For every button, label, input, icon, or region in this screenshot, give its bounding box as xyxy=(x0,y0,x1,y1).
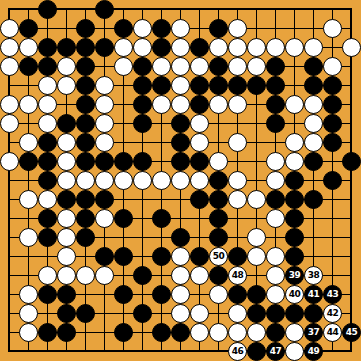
intersection-r4c13[interactable] xyxy=(228,57,247,76)
intersection-r6c5[interactable] xyxy=(76,95,95,114)
intersection-r10c4[interactable] xyxy=(57,171,76,190)
intersection-r2c3[interactable] xyxy=(38,19,57,38)
intersection-r2c4[interactable] xyxy=(57,19,76,38)
intersection-r3c15[interactable] xyxy=(266,38,285,57)
intersection-r12c9[interactable] xyxy=(152,209,171,228)
intersection-r11c3[interactable] xyxy=(38,190,57,209)
intersection-r8c5[interactable] xyxy=(76,133,95,152)
intersection-r16c17[interactable]: 41 xyxy=(304,285,323,304)
intersection-r19c14[interactable] xyxy=(247,342,266,361)
intersection-r4c12[interactable] xyxy=(209,57,228,76)
intersection-r2c6[interactable] xyxy=(95,19,114,38)
intersection-r7c18[interactable] xyxy=(323,114,342,133)
intersection-r10c7[interactable] xyxy=(114,171,133,190)
intersection-r17c1[interactable] xyxy=(0,304,19,323)
intersection-r10c8[interactable] xyxy=(133,171,152,190)
intersection-r16c2[interactable] xyxy=(19,285,38,304)
intersection-r11c8[interactable] xyxy=(133,190,152,209)
intersection-r15c19[interactable] xyxy=(342,266,361,285)
intersection-r19c3[interactable] xyxy=(38,342,57,361)
intersection-r4c10[interactable] xyxy=(171,57,190,76)
intersection-r11c7[interactable] xyxy=(114,190,133,209)
intersection-r15c4[interactable] xyxy=(57,266,76,285)
intersection-r3c13[interactable] xyxy=(228,38,247,57)
intersection-r6c17[interactable] xyxy=(304,95,323,114)
intersection-r1c15[interactable] xyxy=(266,0,285,19)
intersection-r8c13[interactable] xyxy=(228,133,247,152)
intersection-r3c12[interactable] xyxy=(209,38,228,57)
intersection-r9c10[interactable] xyxy=(171,152,190,171)
intersection-r16c12[interactable] xyxy=(209,285,228,304)
intersection-r2c5[interactable] xyxy=(76,19,95,38)
intersection-r14c10[interactable] xyxy=(171,247,190,266)
intersection-r7c1[interactable] xyxy=(0,114,19,133)
intersection-r2c9[interactable] xyxy=(152,19,171,38)
intersection-r5c2[interactable] xyxy=(19,76,38,95)
intersection-r8c17[interactable] xyxy=(304,133,323,152)
intersection-r6c9[interactable] xyxy=(152,95,171,114)
intersection-r11c12[interactable] xyxy=(209,190,228,209)
intersection-r5c12[interactable] xyxy=(209,76,228,95)
intersection-r11c2[interactable] xyxy=(19,190,38,209)
intersection-r18c6[interactable] xyxy=(95,323,114,342)
intersection-r16c1[interactable] xyxy=(0,285,19,304)
intersection-r17c6[interactable] xyxy=(95,304,114,323)
intersection-r13c19[interactable] xyxy=(342,228,361,247)
intersection-r18c10[interactable] xyxy=(171,323,190,342)
intersection-r16c19[interactable] xyxy=(342,285,361,304)
intersection-r18c1[interactable] xyxy=(0,323,19,342)
intersection-r7c4[interactable] xyxy=(57,114,76,133)
intersection-r15c13[interactable]: 48 xyxy=(228,266,247,285)
intersection-r3c2[interactable] xyxy=(19,38,38,57)
intersection-r12c11[interactable] xyxy=(190,209,209,228)
intersection-r7c9[interactable] xyxy=(152,114,171,133)
intersection-r18c4[interactable] xyxy=(57,323,76,342)
intersection-r13c5[interactable] xyxy=(76,228,95,247)
intersection-r3c5[interactable] xyxy=(76,38,95,57)
intersection-r18c8[interactable] xyxy=(133,323,152,342)
intersection-r8c9[interactable] xyxy=(152,133,171,152)
intersection-r11c13[interactable] xyxy=(228,190,247,209)
intersection-r5c8[interactable] xyxy=(133,76,152,95)
intersection-r2c12[interactable] xyxy=(209,19,228,38)
intersection-r4c17[interactable] xyxy=(304,57,323,76)
intersection-r8c7[interactable] xyxy=(114,133,133,152)
intersection-r4c15[interactable] xyxy=(266,57,285,76)
intersection-r15c16[interactable]: 39 xyxy=(285,266,304,285)
intersection-r13c7[interactable] xyxy=(114,228,133,247)
intersection-r8c4[interactable] xyxy=(57,133,76,152)
intersection-r19c8[interactable] xyxy=(133,342,152,361)
intersection-r14c2[interactable] xyxy=(19,247,38,266)
intersection-r13c9[interactable] xyxy=(152,228,171,247)
intersection-r14c17[interactable] xyxy=(304,247,323,266)
intersection-r10c10[interactable] xyxy=(171,171,190,190)
intersection-r7c6[interactable] xyxy=(95,114,114,133)
intersection-r15c7[interactable] xyxy=(114,266,133,285)
intersection-r13c17[interactable] xyxy=(304,228,323,247)
intersection-r1c2[interactable] xyxy=(19,0,38,19)
intersection-r3c6[interactable] xyxy=(95,38,114,57)
intersection-r1c16[interactable] xyxy=(285,0,304,19)
intersection-r3c16[interactable] xyxy=(285,38,304,57)
intersection-r12c12[interactable] xyxy=(209,209,228,228)
intersection-r13c10[interactable] xyxy=(171,228,190,247)
intersection-r7c14[interactable] xyxy=(247,114,266,133)
intersection-r9c14[interactable] xyxy=(247,152,266,171)
intersection-r12c5[interactable] xyxy=(76,209,95,228)
intersection-r7c12[interactable] xyxy=(209,114,228,133)
intersection-r18c7[interactable] xyxy=(114,323,133,342)
intersection-r10c12[interactable] xyxy=(209,171,228,190)
intersection-r4c5[interactable] xyxy=(76,57,95,76)
intersection-r6c15[interactable] xyxy=(266,95,285,114)
intersection-r7c16[interactable] xyxy=(285,114,304,133)
intersection-r18c14[interactable] xyxy=(247,323,266,342)
intersection-r15c5[interactable] xyxy=(76,266,95,285)
intersection-r15c2[interactable] xyxy=(19,266,38,285)
intersection-r13c2[interactable] xyxy=(19,228,38,247)
intersection-r15c9[interactable] xyxy=(152,266,171,285)
intersection-r19c17[interactable]: 49 xyxy=(304,342,323,361)
intersection-r10c13[interactable] xyxy=(228,171,247,190)
intersection-r5c7[interactable] xyxy=(114,76,133,95)
intersection-r16c10[interactable] xyxy=(171,285,190,304)
intersection-r3c19[interactable] xyxy=(342,38,361,57)
intersection-r3c9[interactable] xyxy=(152,38,171,57)
intersection-r7c2[interactable] xyxy=(19,114,38,133)
intersection-r2c1[interactable] xyxy=(0,19,19,38)
intersection-r2c15[interactable] xyxy=(266,19,285,38)
intersection-r4c3[interactable] xyxy=(38,57,57,76)
intersection-r8c2[interactable] xyxy=(19,133,38,152)
intersection-r6c8[interactable] xyxy=(133,95,152,114)
intersection-r6c19[interactable] xyxy=(342,95,361,114)
intersection-r12c18[interactable] xyxy=(323,209,342,228)
intersection-r2c8[interactable] xyxy=(133,19,152,38)
intersection-r10c19[interactable] xyxy=(342,171,361,190)
intersection-r4c14[interactable] xyxy=(247,57,266,76)
intersection-r6c3[interactable] xyxy=(38,95,57,114)
intersection-r11c4[interactable] xyxy=(57,190,76,209)
intersection-r6c14[interactable] xyxy=(247,95,266,114)
intersection-r19c5[interactable] xyxy=(76,342,95,361)
intersection-r14c7[interactable] xyxy=(114,247,133,266)
intersection-r16c4[interactable] xyxy=(57,285,76,304)
intersection-r7c17[interactable] xyxy=(304,114,323,133)
intersection-r17c19[interactable] xyxy=(342,304,361,323)
intersection-r6c10[interactable] xyxy=(171,95,190,114)
intersection-r11c9[interactable] xyxy=(152,190,171,209)
intersection-r15c11[interactable] xyxy=(190,266,209,285)
intersection-r13c4[interactable] xyxy=(57,228,76,247)
intersection-r3c8[interactable] xyxy=(133,38,152,57)
intersection-r14c16[interactable] xyxy=(285,247,304,266)
intersection-r19c9[interactable] xyxy=(152,342,171,361)
intersection-r10c17[interactable] xyxy=(304,171,323,190)
intersection-r3c11[interactable] xyxy=(190,38,209,57)
intersection-r15c1[interactable] xyxy=(0,266,19,285)
intersection-r4c11[interactable] xyxy=(190,57,209,76)
intersection-r1c9[interactable] xyxy=(152,0,171,19)
intersection-r19c7[interactable] xyxy=(114,342,133,361)
intersection-r9c8[interactable] xyxy=(133,152,152,171)
intersection-r19c12[interactable] xyxy=(209,342,228,361)
intersection-r13c13[interactable] xyxy=(228,228,247,247)
intersection-r15c14[interactable] xyxy=(247,266,266,285)
intersection-r3c18[interactable] xyxy=(323,38,342,57)
intersection-r18c13[interactable] xyxy=(228,323,247,342)
intersection-r5c3[interactable] xyxy=(38,76,57,95)
intersection-r19c4[interactable] xyxy=(57,342,76,361)
intersection-r3c3[interactable] xyxy=(38,38,57,57)
intersection-r12c8[interactable] xyxy=(133,209,152,228)
intersection-r11c15[interactable] xyxy=(266,190,285,209)
intersection-r12c15[interactable] xyxy=(266,209,285,228)
intersection-r3c1[interactable] xyxy=(0,38,19,57)
intersection-r12c6[interactable] xyxy=(95,209,114,228)
intersection-r6c7[interactable] xyxy=(114,95,133,114)
intersection-r1c17[interactable] xyxy=(304,0,323,19)
intersection-r7c15[interactable] xyxy=(266,114,285,133)
intersection-r15c17[interactable]: 38 xyxy=(304,266,323,285)
intersection-r12c19[interactable] xyxy=(342,209,361,228)
intersection-r3c14[interactable] xyxy=(247,38,266,57)
intersection-r16c15[interactable] xyxy=(266,285,285,304)
intersection-r8c16[interactable] xyxy=(285,133,304,152)
intersection-r10c3[interactable] xyxy=(38,171,57,190)
intersection-r14c18[interactable] xyxy=(323,247,342,266)
intersection-r7c19[interactable] xyxy=(342,114,361,133)
intersection-r17c9[interactable] xyxy=(152,304,171,323)
intersection-r9c17[interactable] xyxy=(304,152,323,171)
intersection-r5c17[interactable] xyxy=(304,76,323,95)
intersection-r5c16[interactable] xyxy=(285,76,304,95)
intersection-r13c3[interactable] xyxy=(38,228,57,247)
intersection-r19c19[interactable] xyxy=(342,342,361,361)
intersection-r10c11[interactable] xyxy=(190,171,209,190)
intersection-r12c16[interactable] xyxy=(285,209,304,228)
intersection-r1c14[interactable] xyxy=(247,0,266,19)
intersection-r3c10[interactable] xyxy=(171,38,190,57)
intersection-r5c9[interactable] xyxy=(152,76,171,95)
intersection-r10c15[interactable] xyxy=(266,171,285,190)
intersection-r16c18[interactable]: 43 xyxy=(323,285,342,304)
intersection-r14c8[interactable] xyxy=(133,247,152,266)
intersection-r9c7[interactable] xyxy=(114,152,133,171)
intersection-r9c13[interactable] xyxy=(228,152,247,171)
intersection-r11c11[interactable] xyxy=(190,190,209,209)
intersection-r17c14[interactable] xyxy=(247,304,266,323)
intersection-r15c6[interactable] xyxy=(95,266,114,285)
intersection-r7c10[interactable] xyxy=(171,114,190,133)
intersection-r13c8[interactable] xyxy=(133,228,152,247)
intersection-r18c3[interactable] xyxy=(38,323,57,342)
intersection-r19c13[interactable]: 46 xyxy=(228,342,247,361)
intersection-r12c2[interactable] xyxy=(19,209,38,228)
intersection-r1c5[interactable] xyxy=(76,0,95,19)
intersection-r10c5[interactable] xyxy=(76,171,95,190)
intersection-r17c12[interactable] xyxy=(209,304,228,323)
intersection-r12c1[interactable] xyxy=(0,209,19,228)
intersection-r14c9[interactable] xyxy=(152,247,171,266)
intersection-r10c1[interactable] xyxy=(0,171,19,190)
intersection-r3c17[interactable] xyxy=(304,38,323,57)
intersection-r6c16[interactable] xyxy=(285,95,304,114)
intersection-r10c16[interactable] xyxy=(285,171,304,190)
intersection-r6c18[interactable] xyxy=(323,95,342,114)
intersection-r11c17[interactable] xyxy=(304,190,323,209)
intersection-r4c16[interactable] xyxy=(285,57,304,76)
intersection-r4c19[interactable] xyxy=(342,57,361,76)
intersection-r6c12[interactable] xyxy=(209,95,228,114)
intersection-r18c19[interactable]: 45 xyxy=(342,323,361,342)
intersection-r4c6[interactable] xyxy=(95,57,114,76)
intersection-r9c16[interactable] xyxy=(285,152,304,171)
intersection-r6c1[interactable] xyxy=(0,95,19,114)
intersection-r11c5[interactable] xyxy=(76,190,95,209)
intersection-r9c5[interactable] xyxy=(76,152,95,171)
intersection-r5c11[interactable] xyxy=(190,76,209,95)
intersection-r4c9[interactable] xyxy=(152,57,171,76)
intersection-r14c12[interactable]: 50 xyxy=(209,247,228,266)
intersection-r6c11[interactable] xyxy=(190,95,209,114)
intersection-r18c17[interactable]: 37 xyxy=(304,323,323,342)
intersection-r7c13[interactable] xyxy=(228,114,247,133)
intersection-r15c12[interactable] xyxy=(209,266,228,285)
intersection-r3c4[interactable] xyxy=(57,38,76,57)
intersection-r8c8[interactable] xyxy=(133,133,152,152)
intersection-r1c12[interactable] xyxy=(209,0,228,19)
intersection-r4c18[interactable] xyxy=(323,57,342,76)
intersection-r11c18[interactable] xyxy=(323,190,342,209)
intersection-r11c19[interactable] xyxy=(342,190,361,209)
intersection-r16c3[interactable] xyxy=(38,285,57,304)
intersection-r16c5[interactable] xyxy=(76,285,95,304)
intersection-r10c14[interactable] xyxy=(247,171,266,190)
intersection-r12c17[interactable] xyxy=(304,209,323,228)
intersection-r16c11[interactable] xyxy=(190,285,209,304)
intersection-r6c6[interactable] xyxy=(95,95,114,114)
intersection-r9c1[interactable] xyxy=(0,152,19,171)
intersection-r2c14[interactable] xyxy=(247,19,266,38)
intersection-r18c16[interactable] xyxy=(285,323,304,342)
intersection-r13c14[interactable] xyxy=(247,228,266,247)
intersection-r4c8[interactable] xyxy=(133,57,152,76)
intersection-r19c11[interactable] xyxy=(190,342,209,361)
intersection-r10c9[interactable] xyxy=(152,171,171,190)
intersection-r17c18[interactable]: 42 xyxy=(323,304,342,323)
intersection-r19c15[interactable]: 47 xyxy=(266,342,285,361)
intersection-r12c4[interactable] xyxy=(57,209,76,228)
intersection-r17c4[interactable] xyxy=(57,304,76,323)
intersection-r15c8[interactable] xyxy=(133,266,152,285)
intersection-r9c2[interactable] xyxy=(19,152,38,171)
intersection-r13c18[interactable] xyxy=(323,228,342,247)
intersection-r13c1[interactable] xyxy=(0,228,19,247)
intersection-r14c13[interactable] xyxy=(228,247,247,266)
intersection-r16c14[interactable] xyxy=(247,285,266,304)
intersection-r17c10[interactable] xyxy=(171,304,190,323)
intersection-r2c11[interactable] xyxy=(190,19,209,38)
intersection-r7c8[interactable] xyxy=(133,114,152,133)
intersection-r13c15[interactable] xyxy=(266,228,285,247)
intersection-r14c5[interactable] xyxy=(76,247,95,266)
intersection-r9c12[interactable] xyxy=(209,152,228,171)
intersection-r9c11[interactable] xyxy=(190,152,209,171)
intersection-r18c18[interactable]: 44 xyxy=(323,323,342,342)
intersection-r9c19[interactable] xyxy=(342,152,361,171)
intersection-r19c16[interactable] xyxy=(285,342,304,361)
intersection-r16c9[interactable] xyxy=(152,285,171,304)
intersection-r19c10[interactable] xyxy=(171,342,190,361)
intersection-r16c6[interactable] xyxy=(95,285,114,304)
intersection-r4c1[interactable] xyxy=(0,57,19,76)
intersection-r4c7[interactable] xyxy=(114,57,133,76)
intersection-r8c6[interactable] xyxy=(95,133,114,152)
intersection-r1c4[interactable] xyxy=(57,0,76,19)
intersection-r10c18[interactable] xyxy=(323,171,342,190)
intersection-r15c10[interactable] xyxy=(171,266,190,285)
intersection-r6c2[interactable] xyxy=(19,95,38,114)
intersection-r15c3[interactable] xyxy=(38,266,57,285)
intersection-r14c3[interactable] xyxy=(38,247,57,266)
intersection-r17c15[interactable] xyxy=(266,304,285,323)
intersection-r14c1[interactable] xyxy=(0,247,19,266)
intersection-r5c4[interactable] xyxy=(57,76,76,95)
intersection-r17c5[interactable] xyxy=(76,304,95,323)
intersection-r9c9[interactable] xyxy=(152,152,171,171)
intersection-r8c12[interactable] xyxy=(209,133,228,152)
intersection-r1c10[interactable] xyxy=(171,0,190,19)
intersection-r17c13[interactable] xyxy=(228,304,247,323)
intersection-r7c3[interactable] xyxy=(38,114,57,133)
intersection-r2c18[interactable] xyxy=(323,19,342,38)
intersection-r16c8[interactable] xyxy=(133,285,152,304)
intersection-r10c2[interactable] xyxy=(19,171,38,190)
intersection-r12c10[interactable] xyxy=(171,209,190,228)
intersection-r16c7[interactable] xyxy=(114,285,133,304)
intersection-r1c1[interactable] xyxy=(0,0,19,19)
intersection-r2c16[interactable] xyxy=(285,19,304,38)
intersection-r5c15[interactable] xyxy=(266,76,285,95)
intersection-r5c5[interactable] xyxy=(76,76,95,95)
intersection-r15c15[interactable] xyxy=(266,266,285,285)
intersection-r9c18[interactable] xyxy=(323,152,342,171)
intersection-r16c16[interactable]: 40 xyxy=(285,285,304,304)
intersection-r6c4[interactable] xyxy=(57,95,76,114)
intersection-r8c1[interactable] xyxy=(0,133,19,152)
intersection-r5c14[interactable] xyxy=(247,76,266,95)
intersection-r8c11[interactable] xyxy=(190,133,209,152)
intersection-r17c3[interactable] xyxy=(38,304,57,323)
intersection-r12c14[interactable] xyxy=(247,209,266,228)
intersection-r7c5[interactable] xyxy=(76,114,95,133)
intersection-r14c14[interactable] xyxy=(247,247,266,266)
intersection-r1c6[interactable] xyxy=(95,0,114,19)
intersection-r1c8[interactable] xyxy=(133,0,152,19)
intersection-r1c19[interactable] xyxy=(342,0,361,19)
intersection-r12c3[interactable] xyxy=(38,209,57,228)
intersection-r9c15[interactable] xyxy=(266,152,285,171)
intersection-r19c18[interactable] xyxy=(323,342,342,361)
intersection-r2c19[interactable] xyxy=(342,19,361,38)
intersection-r11c6[interactable] xyxy=(95,190,114,209)
intersection-r9c4[interactable] xyxy=(57,152,76,171)
intersection-r18c2[interactable] xyxy=(19,323,38,342)
intersection-r18c5[interactable] xyxy=(76,323,95,342)
